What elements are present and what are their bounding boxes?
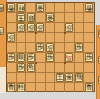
piece-gote-gold-6a[interactable]: 金: [36, 3, 44, 12]
square-3a[interactable]: [65, 3, 75, 13]
square-5f[interactable]: 歩: [46, 53, 56, 63]
hoshi-point: [35, 32, 37, 34]
square-2f[interactable]: [75, 53, 85, 63]
square-3b[interactable]: [65, 13, 75, 23]
square-6f[interactable]: [36, 53, 46, 63]
piece-gote-pawn-5e[interactable]: 歩: [46, 43, 54, 52]
square-5g[interactable]: [46, 63, 56, 73]
hand-piece-sente[interactable]: 歩: [98, 76, 100, 84]
square-5a[interactable]: [46, 3, 56, 13]
square-3f[interactable]: 馬: [65, 53, 75, 63]
piece-gote-lance-1a[interactable]: 香: [85, 3, 93, 12]
square-5i[interactable]: [46, 83, 56, 92]
shogi-board: 香桂金香玉銀金歩歩歩歩歩歩歩歩歩銀歩歩馬歩歩角王金飛香桂香: [6, 2, 95, 92]
square-6d[interactable]: [36, 33, 46, 43]
piece-sente-pawn-1f[interactable]: 歩: [85, 53, 93, 62]
square-9e[interactable]: [7, 43, 17, 53]
square-7h[interactable]: [26, 73, 36, 83]
square-2a[interactable]: [75, 3, 85, 13]
square-1e[interactable]: [84, 43, 94, 53]
square-8d[interactable]: [17, 33, 27, 43]
square-8i[interactable]: 桂: [17, 83, 27, 92]
square-8a[interactable]: 桂: [17, 3, 27, 13]
hand-piece-sente[interactable]: 桂: [98, 30, 100, 38]
piece-gote-pawn-7c[interactable]: 歩: [27, 23, 35, 32]
square-7d[interactable]: [26, 33, 36, 43]
sente-hand-tray: 桂歩歩: [96, 25, 100, 99]
square-5b[interactable]: 金: [46, 13, 56, 23]
square-2i[interactable]: [75, 83, 85, 92]
square-3e[interactable]: [65, 43, 75, 53]
square-5d[interactable]: [46, 33, 56, 43]
hoshi-point: [64, 62, 66, 64]
piece-sente-lance-1i[interactable]: 香: [85, 83, 93, 92]
piece-gote-gold-5b[interactable]: 金: [46, 13, 54, 22]
square-7b[interactable]: 銀: [26, 13, 36, 23]
square-2h[interactable]: 飛: [75, 73, 85, 83]
square-5c[interactable]: [46, 23, 56, 33]
square-9h[interactable]: [7, 73, 17, 83]
piece-gote-pawn-6c[interactable]: 歩: [36, 23, 44, 32]
square-9c[interactable]: [7, 23, 17, 33]
piece-gote-pawn-8c[interactable]: 歩: [17, 23, 25, 32]
hand-piece-sente[interactable]: 歩: [98, 56, 100, 64]
square-8c[interactable]: 歩: [17, 23, 27, 33]
square-5e[interactable]: 歩: [46, 43, 56, 53]
piece-gote-knight-8a[interactable]: 桂: [17, 3, 25, 12]
square-3g[interactable]: [65, 63, 75, 73]
square-9i[interactable]: 香: [7, 83, 17, 92]
square-3i[interactable]: [65, 83, 75, 92]
square-1c[interactable]: [84, 23, 94, 33]
square-3c[interactable]: 歩: [65, 23, 75, 33]
square-4e[interactable]: [55, 43, 65, 53]
piece-gote-lance-9a[interactable]: 香: [7, 3, 15, 12]
piece-sente-pawn-5f[interactable]: 歩: [46, 53, 54, 62]
square-4g[interactable]: [55, 63, 65, 73]
piece-sente-gold-3h[interactable]: 金: [65, 73, 73, 82]
hoshi-point: [64, 32, 66, 34]
piece-gote-pawn-9d[interactable]: 歩: [7, 33, 15, 42]
piece-sente-pawn-7f[interactable]: 歩: [27, 53, 35, 62]
square-1g[interactable]: [84, 63, 94, 73]
square-9a[interactable]: 香: [7, 3, 17, 13]
hand-piece-gote[interactable]: 歩: [0, 27, 4, 35]
square-1i[interactable]: 香: [84, 83, 94, 92]
square-1h[interactable]: [84, 73, 94, 83]
square-1a[interactable]: 香: [84, 3, 94, 13]
square-8h[interactable]: [17, 73, 27, 83]
square-6c[interactable]: 歩: [36, 23, 46, 33]
square-2g[interactable]: [75, 63, 85, 73]
piece-sente-bishop-7g[interactable]: 角: [27, 63, 35, 72]
square-5h[interactable]: [46, 73, 56, 83]
hoshi-point: [35, 62, 37, 64]
piece-sente-pawn-6e[interactable]: 歩: [36, 43, 44, 52]
square-9d[interactable]: 歩: [7, 33, 17, 43]
piece-gote-promoted-bishop-3f[interactable]: 馬: [65, 53, 73, 62]
square-7i[interactable]: [26, 83, 36, 92]
square-3d[interactable]: [65, 33, 75, 43]
square-2b[interactable]: [75, 13, 85, 23]
square-1b[interactable]: [84, 13, 94, 23]
square-3h[interactable]: 金: [65, 73, 75, 83]
square-6g[interactable]: [36, 63, 46, 73]
piece-sente-rook-2h[interactable]: 飛: [75, 73, 83, 82]
square-8b[interactable]: 玉: [17, 13, 27, 23]
shogi-app-window: 銀歩 桂歩歩 香桂金香玉銀金歩歩歩歩歩歩歩歩歩銀歩歩馬歩歩角王金飛香桂香: [0, 0, 100, 99]
square-2d[interactable]: [75, 33, 85, 43]
square-7a[interactable]: [26, 3, 36, 13]
square-9b[interactable]: [7, 13, 17, 23]
square-1f[interactable]: 歩: [84, 53, 94, 63]
piece-sente-king-4h[interactable]: 王: [56, 73, 64, 82]
square-8f[interactable]: 銀: [17, 53, 27, 63]
square-9g[interactable]: [7, 63, 17, 73]
square-6e[interactable]: 歩: [36, 43, 46, 53]
square-7e[interactable]: [26, 43, 36, 53]
square-6a[interactable]: 金: [36, 3, 46, 13]
square-9f[interactable]: 歩: [7, 53, 17, 63]
hand-piece-gote[interactable]: 銀: [0, 4, 4, 12]
piece-sente-pawn-9f[interactable]: 歩: [7, 53, 15, 62]
square-4b[interactable]: [55, 13, 65, 23]
square-8g[interactable]: 歩: [17, 63, 27, 73]
piece-sente-lance-9i[interactable]: 香: [7, 83, 15, 92]
square-6b[interactable]: [36, 13, 46, 23]
square-2e[interactable]: 歩: [75, 43, 85, 53]
square-4i[interactable]: [55, 83, 65, 92]
square-4d[interactable]: [55, 33, 65, 43]
piece-gote-king-8b[interactable]: 玉: [17, 13, 25, 22]
piece-sente-knight-8i[interactable]: 桂: [17, 83, 25, 92]
piece-gote-pawn-3c[interactable]: 歩: [65, 23, 73, 32]
square-4a[interactable]: [55, 3, 65, 13]
square-4h[interactable]: 王: [55, 73, 65, 83]
square-8e[interactable]: [17, 43, 27, 53]
square-6h[interactable]: [36, 73, 46, 83]
piece-sente-pawn-2e[interactable]: 歩: [75, 43, 83, 52]
piece-gote-silver-7b[interactable]: 銀: [27, 13, 35, 22]
square-1d[interactable]: [84, 33, 94, 43]
piece-sente-silver-8f[interactable]: 銀: [17, 53, 25, 62]
piece-sente-pawn-8g[interactable]: 歩: [17, 63, 25, 72]
square-7g[interactable]: 角: [26, 63, 36, 73]
square-2c[interactable]: [75, 23, 85, 33]
square-6i[interactable]: [36, 83, 46, 92]
